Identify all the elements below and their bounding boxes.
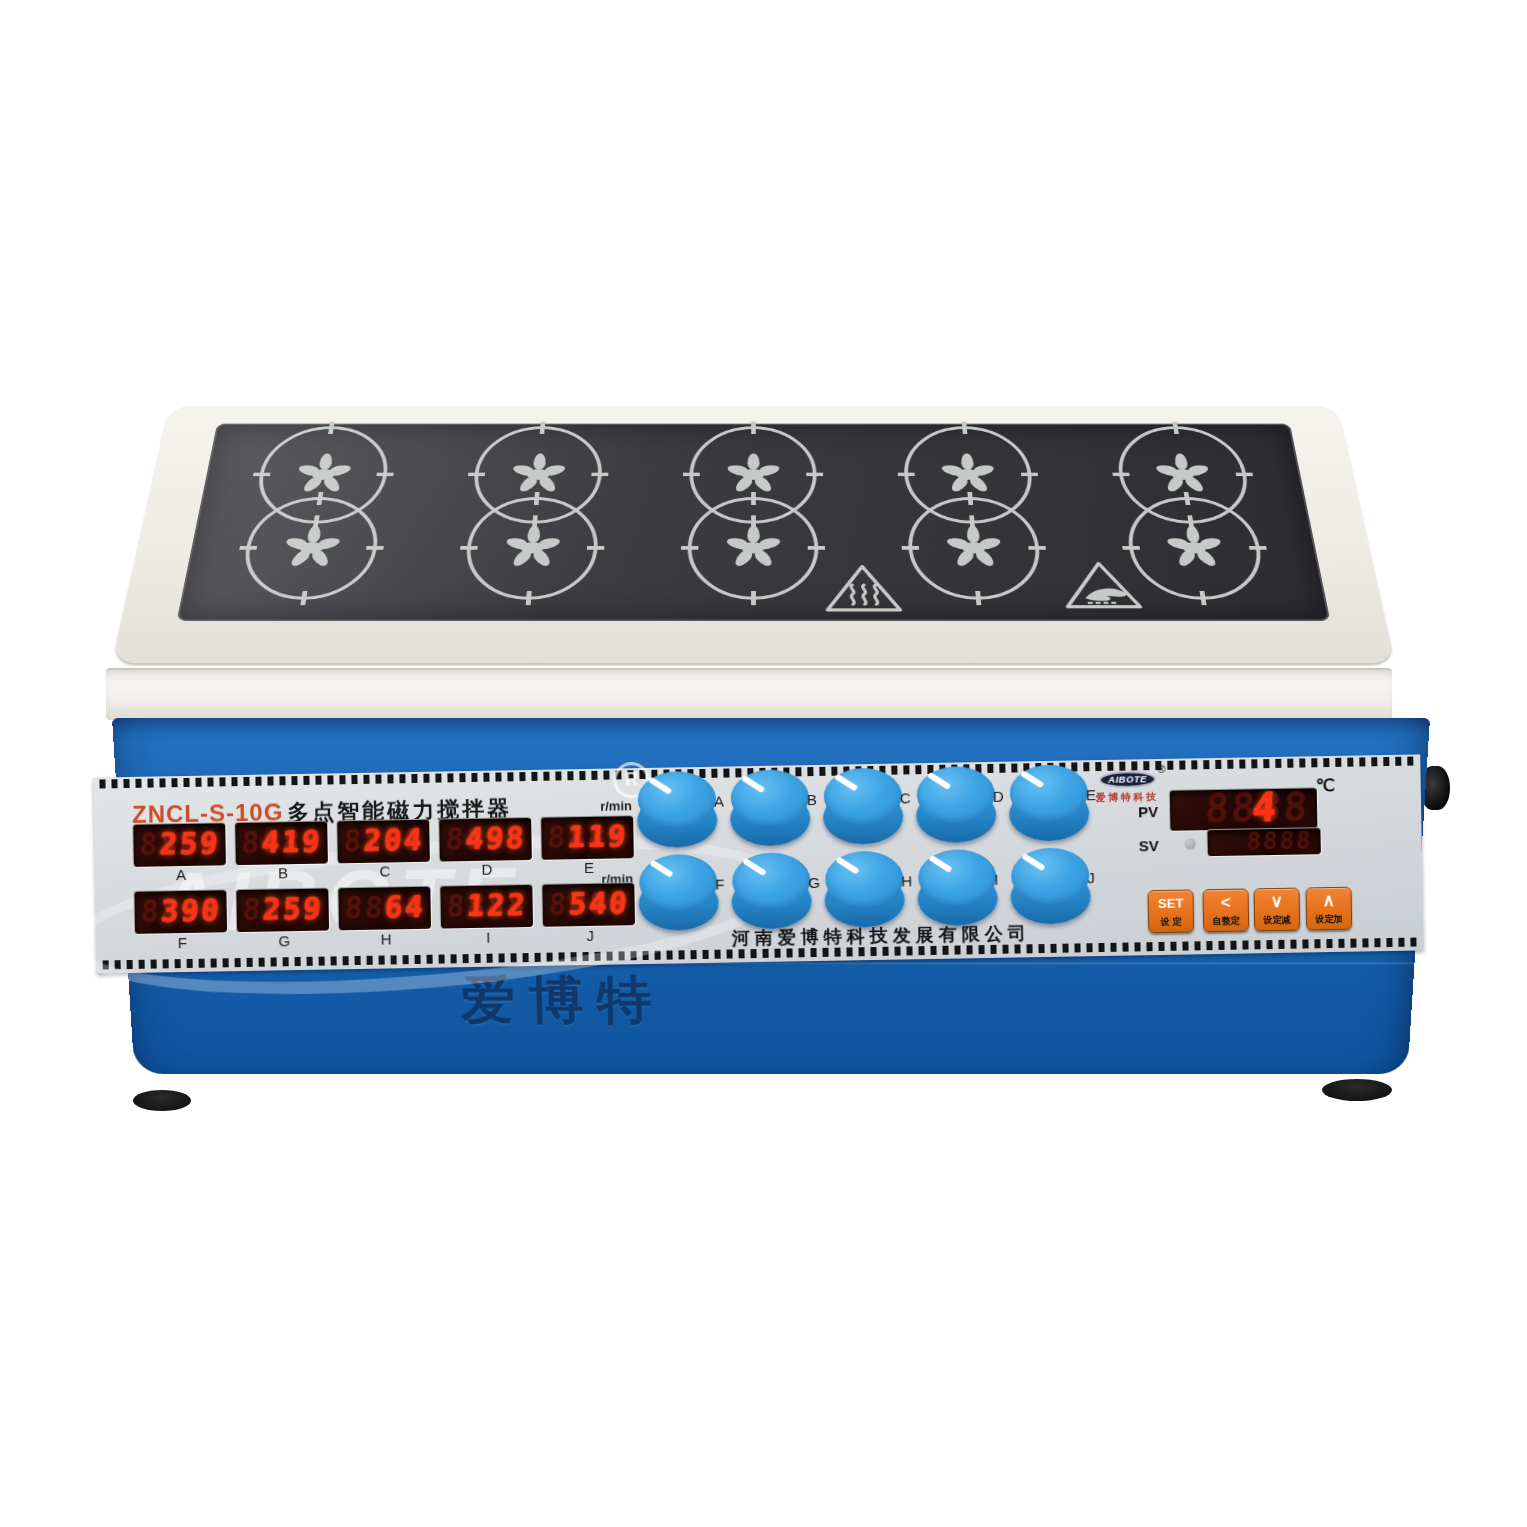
speed-knob-B[interactable]	[729, 769, 810, 846]
brand-logo: AIBOTE	[1099, 771, 1155, 788]
display-label: J	[570, 927, 610, 945]
sv-display: 8888	[1206, 827, 1320, 856]
stir-position	[688, 426, 817, 523]
knob-label: E	[1086, 786, 1096, 803]
display-J: 8888540	[541, 882, 635, 927]
speed-knob-D[interactable]	[915, 766, 996, 843]
speed-knob-J[interactable]	[1010, 847, 1091, 924]
display-A: 8888259	[132, 822, 226, 867]
stir-position	[462, 497, 601, 600]
sv-indicator-dot	[1185, 838, 1196, 849]
increase-button[interactable]: ∧设定加	[1305, 887, 1352, 931]
display-label: F	[162, 934, 202, 952]
decrease-button[interactable]: ∨设定减	[1254, 888, 1301, 932]
display-label: B	[263, 864, 303, 882]
display-label: A	[161, 866, 201, 884]
hotplate	[112, 406, 1395, 663]
knob-label: G	[808, 874, 820, 891]
control-panel: AIBOTE R ZNCL-S-10G多点智能磁力搅拌器 r/min r/min…	[93, 754, 1423, 973]
knob-label: D	[993, 788, 1004, 805]
knob-label: C	[900, 789, 911, 806]
speed-knob-F[interactable]	[638, 854, 719, 931]
speed-knob-E[interactable]	[1008, 764, 1089, 841]
speed-knob-A[interactable]	[636, 771, 717, 848]
knob-label: I	[994, 871, 998, 888]
pv-label: PV	[1138, 803, 1158, 820]
display-F: 8888390	[133, 889, 227, 934]
display-H: 888864	[337, 886, 431, 931]
knob-label: J	[1087, 869, 1095, 886]
stir-position	[251, 426, 394, 523]
stir-position	[687, 497, 820, 600]
stir-position	[902, 426, 1037, 523]
display-label: E	[569, 859, 609, 877]
knob-label: B	[807, 791, 817, 808]
registered-symbol: ®	[1157, 763, 1165, 775]
stir-position	[1122, 497, 1269, 600]
display-label: C	[365, 862, 405, 880]
autotune-button[interactable]: <自整定	[1203, 888, 1250, 932]
left-foot	[133, 1090, 191, 1111]
sv-label: SV	[1139, 837, 1159, 854]
speed-knob-I[interactable]	[917, 849, 998, 926]
display-I: 8888122	[439, 884, 533, 929]
display-label: I	[468, 928, 508, 946]
right-foot	[1322, 1079, 1392, 1101]
display-B: 8888419	[234, 821, 328, 866]
display-C: 8888204	[336, 819, 430, 864]
hand-hazard-warning-icon	[1058, 560, 1146, 611]
knob-label: A	[714, 793, 724, 810]
pv-display: 88884	[1169, 787, 1318, 831]
celsius-unit: ℃	[1316, 775, 1335, 796]
hotplate-support-slab	[106, 668, 1392, 720]
set-button[interactable]: SET设 定	[1148, 889, 1195, 933]
display-label: G	[264, 932, 304, 950]
speed-knob-G[interactable]	[731, 852, 812, 929]
stir-position	[906, 497, 1045, 600]
display-label: H	[366, 930, 406, 948]
speed-knob-C[interactable]	[822, 767, 903, 844]
speed-knob-H[interactable]	[824, 850, 905, 927]
hot-surface-warning-icon	[822, 563, 906, 614]
rpm-unit-label: r/min	[532, 798, 632, 815]
display-G: 8888259	[235, 888, 329, 933]
display-D: 8888498	[438, 817, 532, 862]
knob-label: F	[715, 876, 724, 893]
stir-position	[470, 426, 605, 523]
stir-position	[1113, 426, 1256, 523]
hotplate-glass	[177, 424, 1331, 621]
magnetic-stirrer-product-photo: 爱博特 AIBOTE R ZNCL-S-10G多点智能磁力搅拌器 r/min r…	[0, 0, 1527, 1527]
stir-position	[237, 497, 384, 600]
display-label: D	[467, 860, 507, 878]
display-E: 8888119	[540, 815, 634, 860]
knob-label: H	[901, 872, 912, 889]
